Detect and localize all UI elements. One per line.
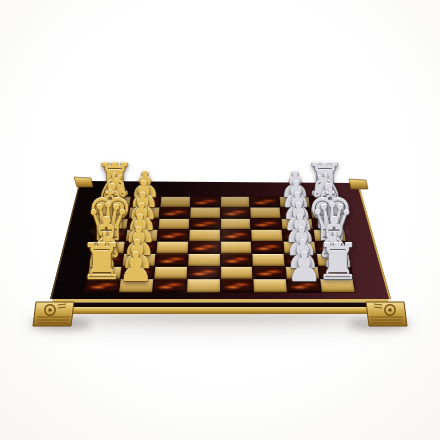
square-d5[interactable] [220,242,251,254]
right-scroll-foot-icon [366,302,407,326]
front-brass-band [54,307,387,314]
square-d4[interactable] [188,242,219,254]
square-e6[interactable] [252,230,283,241]
chess-set-photo: ♜♜♞♞♝♝♚♚♛♛♝♝♞♞♜♜♟♟♟♟♟♟♟♟♟♟♟♟♟♟♟♟♜♜♞♞♝♝♚♚… [0,0,440,440]
square-a6[interactable] [254,279,287,292]
square-c6[interactable] [253,254,285,266]
square-g4[interactable] [190,207,220,217]
square-c3[interactable] [155,254,187,266]
front-brass-trim-line [52,299,389,303]
square-g5[interactable] [220,207,250,217]
square-b6[interactable] [253,266,286,278]
square-a3[interactable] [153,279,186,292]
square-b3[interactable] [154,266,187,278]
square-c4[interactable] [188,254,220,266]
square-h6[interactable] [250,197,280,207]
square-c5[interactable] [220,254,252,266]
square-b4[interactable] [187,266,219,278]
square-e3[interactable] [157,230,188,241]
square-d3[interactable] [156,242,188,254]
square-f5[interactable] [220,218,250,229]
square-b5[interactable] [220,266,252,278]
piece-black-pawn-a7[interactable]: ♟ [286,248,321,288]
square-f4[interactable] [189,218,219,229]
square-g3[interactable] [159,207,189,217]
square-h3[interactable] [160,197,190,207]
front-face-dark-strip [53,303,388,308]
square-a5[interactable] [220,279,253,292]
piece-white-pawn-a2[interactable]: ♟ [118,248,153,288]
square-f3[interactable] [158,218,189,229]
piece-black-rook-a8[interactable]: ♜ [316,238,360,288]
square-g6[interactable] [251,207,281,217]
left-scroll-foot-icon [33,302,74,326]
square-h5[interactable] [220,197,249,207]
square-f6[interactable] [251,218,282,229]
square-d6[interactable] [252,242,284,254]
square-e4[interactable] [189,230,220,241]
square-e5[interactable] [220,230,251,241]
square-h4[interactable] [190,197,219,207]
square-a4[interactable] [187,279,220,292]
